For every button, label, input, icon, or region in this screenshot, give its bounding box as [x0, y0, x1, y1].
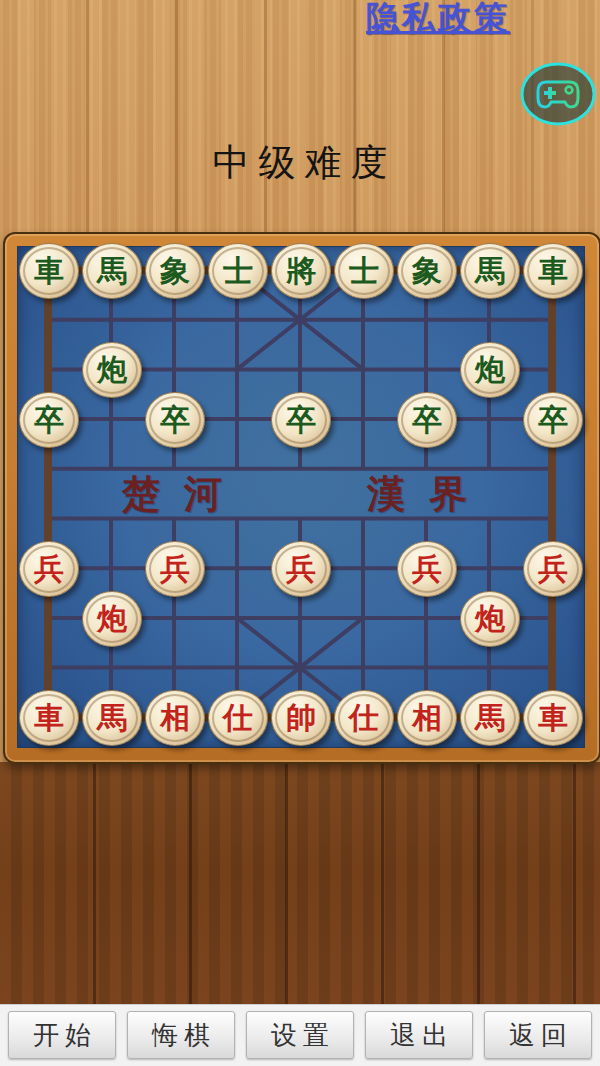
board-grid [18, 247, 584, 747]
undo-button[interactable]: 悔棋 [127, 1011, 235, 1059]
piece-red-soldier[interactable]: 兵 [19, 541, 79, 597]
piece-red-soldier[interactable]: 兵 [271, 541, 331, 597]
wood-background-bottom [0, 762, 600, 1004]
piece-red-cannon[interactable]: 炮 [82, 591, 142, 647]
xiangqi-board-frame: 楚河 漢界 車馬象士將士象馬車炮炮卒卒卒卒卒兵兵兵兵兵炮炮車馬相仕帥仕相馬車 [3, 232, 600, 764]
piece-red-cannon[interactable]: 炮 [460, 591, 520, 647]
piece-black-elephant[interactable]: 象 [397, 243, 457, 299]
river-label-left: 楚河 [122, 471, 246, 517]
piece-black-elephant[interactable]: 象 [145, 243, 205, 299]
piece-black-chariot[interactable]: 車 [523, 243, 583, 299]
xiangqi-board[interactable]: 楚河 漢界 車馬象士將士象馬車炮炮卒卒卒卒卒兵兵兵兵兵炮炮車馬相仕帥仕相馬車 [17, 246, 585, 748]
piece-red-chariot[interactable]: 車 [19, 690, 79, 746]
gamepad-icon [519, 61, 597, 127]
back-button[interactable]: 返回 [484, 1011, 592, 1059]
piece-black-advisor[interactable]: 士 [208, 243, 268, 299]
piece-red-chariot[interactable]: 車 [523, 690, 583, 746]
settings-button[interactable]: 设置 [246, 1011, 354, 1059]
piece-red-advisor[interactable]: 仕 [208, 690, 268, 746]
start-button[interactable]: 开始 [8, 1011, 116, 1059]
piece-red-advisor[interactable]: 仕 [334, 690, 394, 746]
piece-red-soldier[interactable]: 兵 [145, 541, 205, 597]
privacy-policy-link[interactable]: 隐私政策 [366, 0, 510, 41]
piece-red-horse[interactable]: 馬 [460, 690, 520, 746]
piece-black-soldier[interactable]: 卒 [271, 392, 331, 448]
difficulty-title: 中级难度 [0, 138, 600, 188]
piece-black-soldier[interactable]: 卒 [523, 392, 583, 448]
piece-red-elephant[interactable]: 相 [145, 690, 205, 746]
river-label-right: 漢界 [367, 471, 491, 517]
piece-red-soldier[interactable]: 兵 [523, 541, 583, 597]
exit-button[interactable]: 退出 [365, 1011, 473, 1059]
piece-black-horse[interactable]: 馬 [82, 243, 142, 299]
piece-black-horse[interactable]: 馬 [460, 243, 520, 299]
piece-black-general[interactable]: 將 [271, 243, 331, 299]
gamepad-button[interactable] [519, 61, 597, 127]
piece-black-soldier[interactable]: 卒 [19, 392, 79, 448]
piece-black-soldier[interactable]: 卒 [145, 392, 205, 448]
piece-black-cannon[interactable]: 炮 [460, 342, 520, 398]
bottom-button-bar: 开始 悔棋 设置 退出 返回 [0, 1004, 600, 1066]
piece-red-soldier[interactable]: 兵 [397, 541, 457, 597]
piece-black-chariot[interactable]: 車 [19, 243, 79, 299]
app-screen: 隐私政策 中级难度 楚河 漢界 車馬象士將士象馬車炮炮卒卒卒卒卒兵兵兵兵兵炮炮車… [0, 0, 600, 1066]
piece-red-general[interactable]: 帥 [271, 690, 331, 746]
piece-red-horse[interactable]: 馬 [82, 690, 142, 746]
piece-black-soldier[interactable]: 卒 [397, 392, 457, 448]
piece-black-cannon[interactable]: 炮 [82, 342, 142, 398]
piece-red-elephant[interactable]: 相 [397, 690, 457, 746]
piece-black-advisor[interactable]: 士 [334, 243, 394, 299]
